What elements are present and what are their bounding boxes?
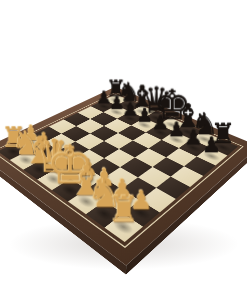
square-h1[interactable]: ♜ <box>104 213 143 242</box>
chess-set-photo: ♜♞♝♛♚♝♞♜♟♟♟♟♟♟♟♟♟♟♟♟♟♟♟♟♜♞♝♛♚♝♞♜ <box>0 0 247 296</box>
white-rook[interactable]: ♜ <box>88 191 160 227</box>
black-pawn[interactable]: ♟ <box>183 134 240 156</box>
frame-inlay-line: ♜♞♝♛♚♝♞♜♟♟♟♟♟♟♟♟♟♟♟♟♟♟♟♟♜♞♝♛♚♝♞♜ <box>0 92 244 248</box>
board-squares: ♜♞♝♛♚♝♞♜♟♟♟♟♟♟♟♟♟♟♟♟♟♟♟♟♜♞♝♛♚♝♞♜ <box>0 94 238 242</box>
